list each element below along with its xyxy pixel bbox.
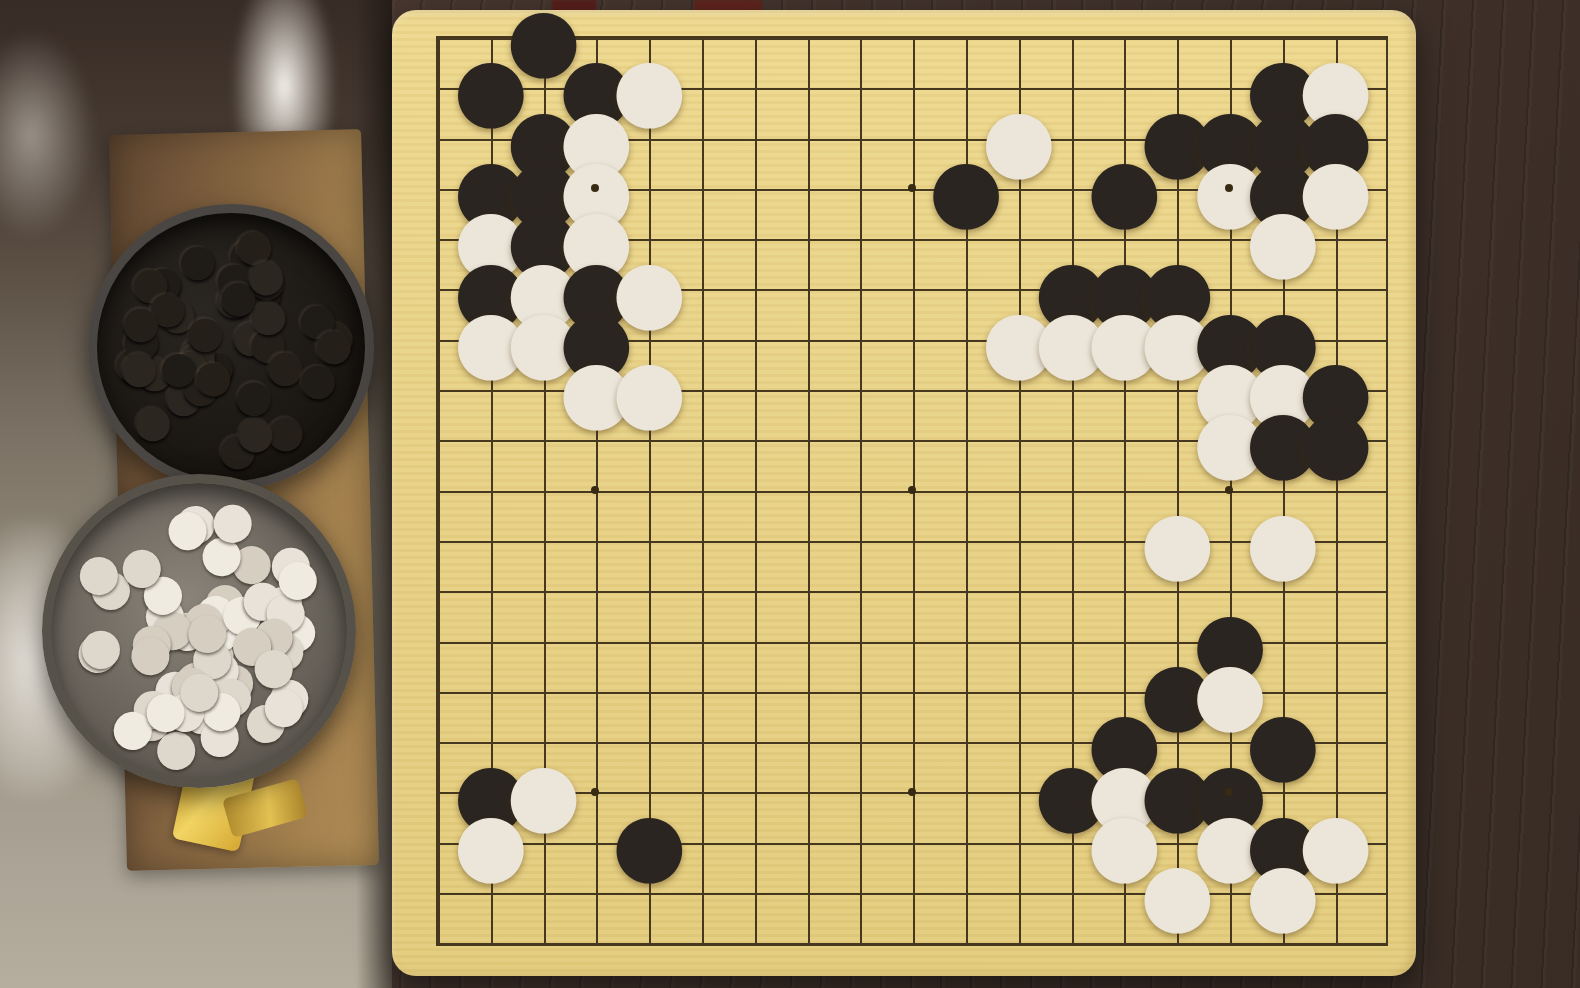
stone-black: ●	[623, 818, 676, 868]
bowl-stone-white: ●	[115, 536, 168, 594]
bowl-stone-black: ●	[192, 353, 234, 400]
bowl-stone-white: ●	[127, 626, 174, 679]
stone-white: ●	[1151, 868, 1204, 918]
light-reflection-corner	[0, 30, 96, 240]
go-board: ●●●●●●●●●●●●●●●●●●●●●●●●●●●●●●●●●●●●●●●●…	[392, 10, 1416, 976]
star-point	[908, 486, 916, 494]
stone-white: ●	[1256, 868, 1309, 918]
black-stone-bowl: ●●●●●●●●●●●●●●●●●●●●●●●●●●●●●●●●●●●●●●●●	[88, 204, 374, 490]
star-point	[1225, 184, 1233, 192]
stone-white: ●	[623, 365, 676, 415]
bowl-stone-white: ●	[250, 638, 298, 692]
bowl-stone-black: ●	[234, 407, 278, 456]
star-point	[1225, 486, 1233, 494]
stone-white: ●	[1256, 516, 1309, 566]
bowl-stone-black: ●	[183, 307, 228, 357]
stone-black: ●	[940, 164, 993, 214]
stone-black: ●	[1309, 415, 1362, 465]
white-stone-bowl: ●●●●●●●●●●●●●●●●●●●●●●●●●●●●●●●●●●●●●●●●…	[42, 474, 356, 788]
bowl-stone-white: ●	[142, 682, 191, 736]
stone-black: ●	[1098, 164, 1151, 214]
stone-white: ●	[1151, 516, 1204, 566]
stone-white: ●	[464, 818, 517, 868]
star-point	[908, 788, 916, 796]
stone-white: ●	[1256, 214, 1309, 264]
bowl-stone-white: ●	[271, 548, 324, 606]
star-point	[591, 788, 599, 796]
star-point	[1225, 788, 1233, 796]
go-game-photo-scene: ●●●●●●●●●●●●●●●●●●●●●●●●●●●●●●●●●●●●●●●●…	[0, 0, 1580, 988]
